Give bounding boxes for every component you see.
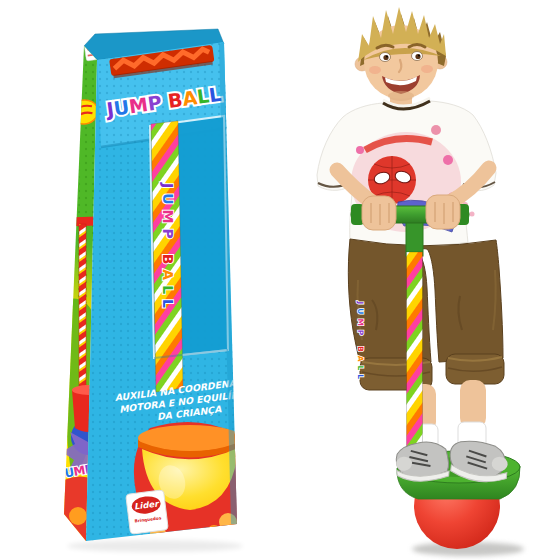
boy-head <box>355 7 447 108</box>
boy-pants <box>348 239 504 390</box>
product-photo: JUMP BALL JUMP BALL JUM <box>0 0 560 560</box>
lider-logo: Lider Brinquedos <box>126 490 169 534</box>
handle-stem <box>406 222 423 256</box>
eye-right <box>412 52 423 61</box>
eye-left <box>380 53 391 62</box>
pole-lettering: JUMP BALL <box>356 301 365 384</box>
box-pole-lettering: JUMP BALL <box>160 182 176 313</box>
calf-right <box>460 380 486 428</box>
product-box: JUMP BALL JUMP BALL JUM <box>58 29 262 552</box>
box-shadow <box>67 540 243 552</box>
sneaker-left <box>394 440 450 484</box>
pant-cuff-right <box>446 354 504 384</box>
hand-left <box>362 196 396 230</box>
boy-on-jump-ball: JUMP BALL <box>317 7 524 556</box>
pogo-pole <box>407 252 423 468</box>
hand-right <box>426 195 460 229</box>
